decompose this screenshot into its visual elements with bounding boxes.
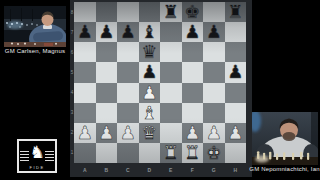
black-pawn: ♟ [77,23,93,41]
fide-knight-icon: ♞ [29,141,44,163]
square-d6: ♛ [139,42,161,62]
file-label-b: B [96,163,118,176]
fide-logo: ♞ FIDE [17,139,57,173]
square-e4 [160,83,182,103]
file-labels: ABCDEFGH [74,163,246,176]
square-f3 [182,103,204,123]
white-rook: ♜ [163,144,179,162]
black-pawn: ♟ [98,23,114,41]
fide-globe-lines-right [45,151,54,162]
nepo-name-caption: GM Nepomniachtchi, Ian [249,166,320,173]
square-d2: ♛ [139,123,161,143]
square-d1 [139,143,161,163]
carlsen-name-caption: GM Carlsen, Magnus [0,48,70,55]
chess-board: 87654321 ♜♚♜♟♟♟♝♟♟♛♟♟♟♝♟♟♟♛♟♟♟♜♜♚ ABCDEF… [70,0,252,177]
white-pawn: ♟ [184,124,200,142]
square-b7: ♟ [96,22,118,42]
carlsen-webcam [4,6,66,47]
square-h3 [225,103,247,123]
square-e1: ♜ [160,143,182,163]
black-king: ♚ [184,3,200,21]
white-pawn: ♟ [141,84,157,102]
white-rook: ♜ [184,144,200,162]
file-label-d: D [139,163,161,176]
square-d4: ♟ [139,83,161,103]
white-pawn: ♟ [206,124,222,142]
square-g1: ♚ [203,143,225,163]
file-label-a: A [74,163,96,176]
square-h8: ♜ [225,2,247,22]
board-squares: ♜♚♜♟♟♟♝♟♟♛♟♟♟♝♟♟♟♛♟♟♟♜♜♚ [74,2,246,163]
square-h7 [225,22,247,42]
carlsen-webcam-image [4,6,66,47]
file-label-c: C [117,163,139,176]
square-b8 [96,2,118,22]
square-e3 [160,103,182,123]
square-f4 [182,83,204,103]
square-g2: ♟ [203,123,225,143]
broadcast-frame: 87654321 ♜♚♜♟♟♟♝♟♟♛♟♟♟♝♟♟♟♛♟♟♟♜♜♚ ABCDEF… [0,0,320,180]
square-d5: ♟ [139,62,161,82]
file-label-h: H [225,163,247,176]
square-d7: ♝ [139,22,161,42]
square-f7: ♟ [182,22,204,42]
square-h2: ♟ [225,123,247,143]
square-g3 [203,103,225,123]
white-pawn: ♟ [98,124,114,142]
file-label-f: F [182,163,204,176]
square-a8 [74,2,96,22]
square-b6 [96,42,118,62]
square-c7: ♟ [117,22,139,42]
square-f1: ♜ [182,143,204,163]
square-g8 [203,2,225,22]
square-c8 [117,2,139,22]
file-label-e: E [160,163,182,176]
square-e2 [160,123,182,143]
square-h1 [225,143,247,163]
square-g4 [203,83,225,103]
square-a5 [74,62,96,82]
nepo-webcam [252,112,318,165]
square-a6 [74,42,96,62]
square-g7: ♟ [203,22,225,42]
square-c2: ♟ [117,123,139,143]
black-bishop: ♝ [141,23,157,41]
square-a1 [74,143,96,163]
square-b4 [96,83,118,103]
square-b5 [96,62,118,82]
square-c5 [117,62,139,82]
square-d3: ♝ [139,103,161,123]
square-c3 [117,103,139,123]
square-f5 [182,62,204,82]
white-queen: ♛ [141,124,157,142]
square-a2: ♟ [74,123,96,143]
black-pawn: ♟ [120,23,136,41]
square-f8: ♚ [182,2,204,22]
black-rook: ♜ [163,3,179,21]
square-c4 [117,83,139,103]
square-b3 [96,103,118,123]
square-a7: ♟ [74,22,96,42]
square-a3 [74,103,96,123]
square-b1 [96,143,118,163]
fide-logo-text: FIDE [19,165,55,171]
square-b2: ♟ [96,123,118,143]
square-d8 [139,2,161,22]
white-king: ♚ [206,144,222,162]
square-e8: ♜ [160,2,182,22]
white-bishop: ♝ [141,104,157,122]
square-h6 [225,42,247,62]
square-c1 [117,143,139,163]
square-f6 [182,42,204,62]
square-e5 [160,62,182,82]
fide-globe-lines-left [20,151,29,162]
square-e6 [160,42,182,62]
nepo-webcam-image [252,112,318,165]
white-pawn: ♟ [227,124,243,142]
black-pawn: ♟ [184,23,200,41]
black-rook: ♜ [227,3,243,21]
square-g6 [203,42,225,62]
square-a4 [74,83,96,103]
black-pawn: ♟ [206,23,222,41]
black-queen: ♛ [141,43,157,61]
square-h4 [225,83,247,103]
square-f2: ♟ [182,123,204,143]
black-pawn: ♟ [227,63,243,81]
square-c6 [117,42,139,62]
square-h5: ♟ [225,62,247,82]
black-pawn: ♟ [141,63,157,81]
white-pawn: ♟ [120,124,136,142]
square-e7 [160,22,182,42]
white-pawn: ♟ [77,124,93,142]
file-label-g: G [203,163,225,176]
square-g5 [203,62,225,82]
